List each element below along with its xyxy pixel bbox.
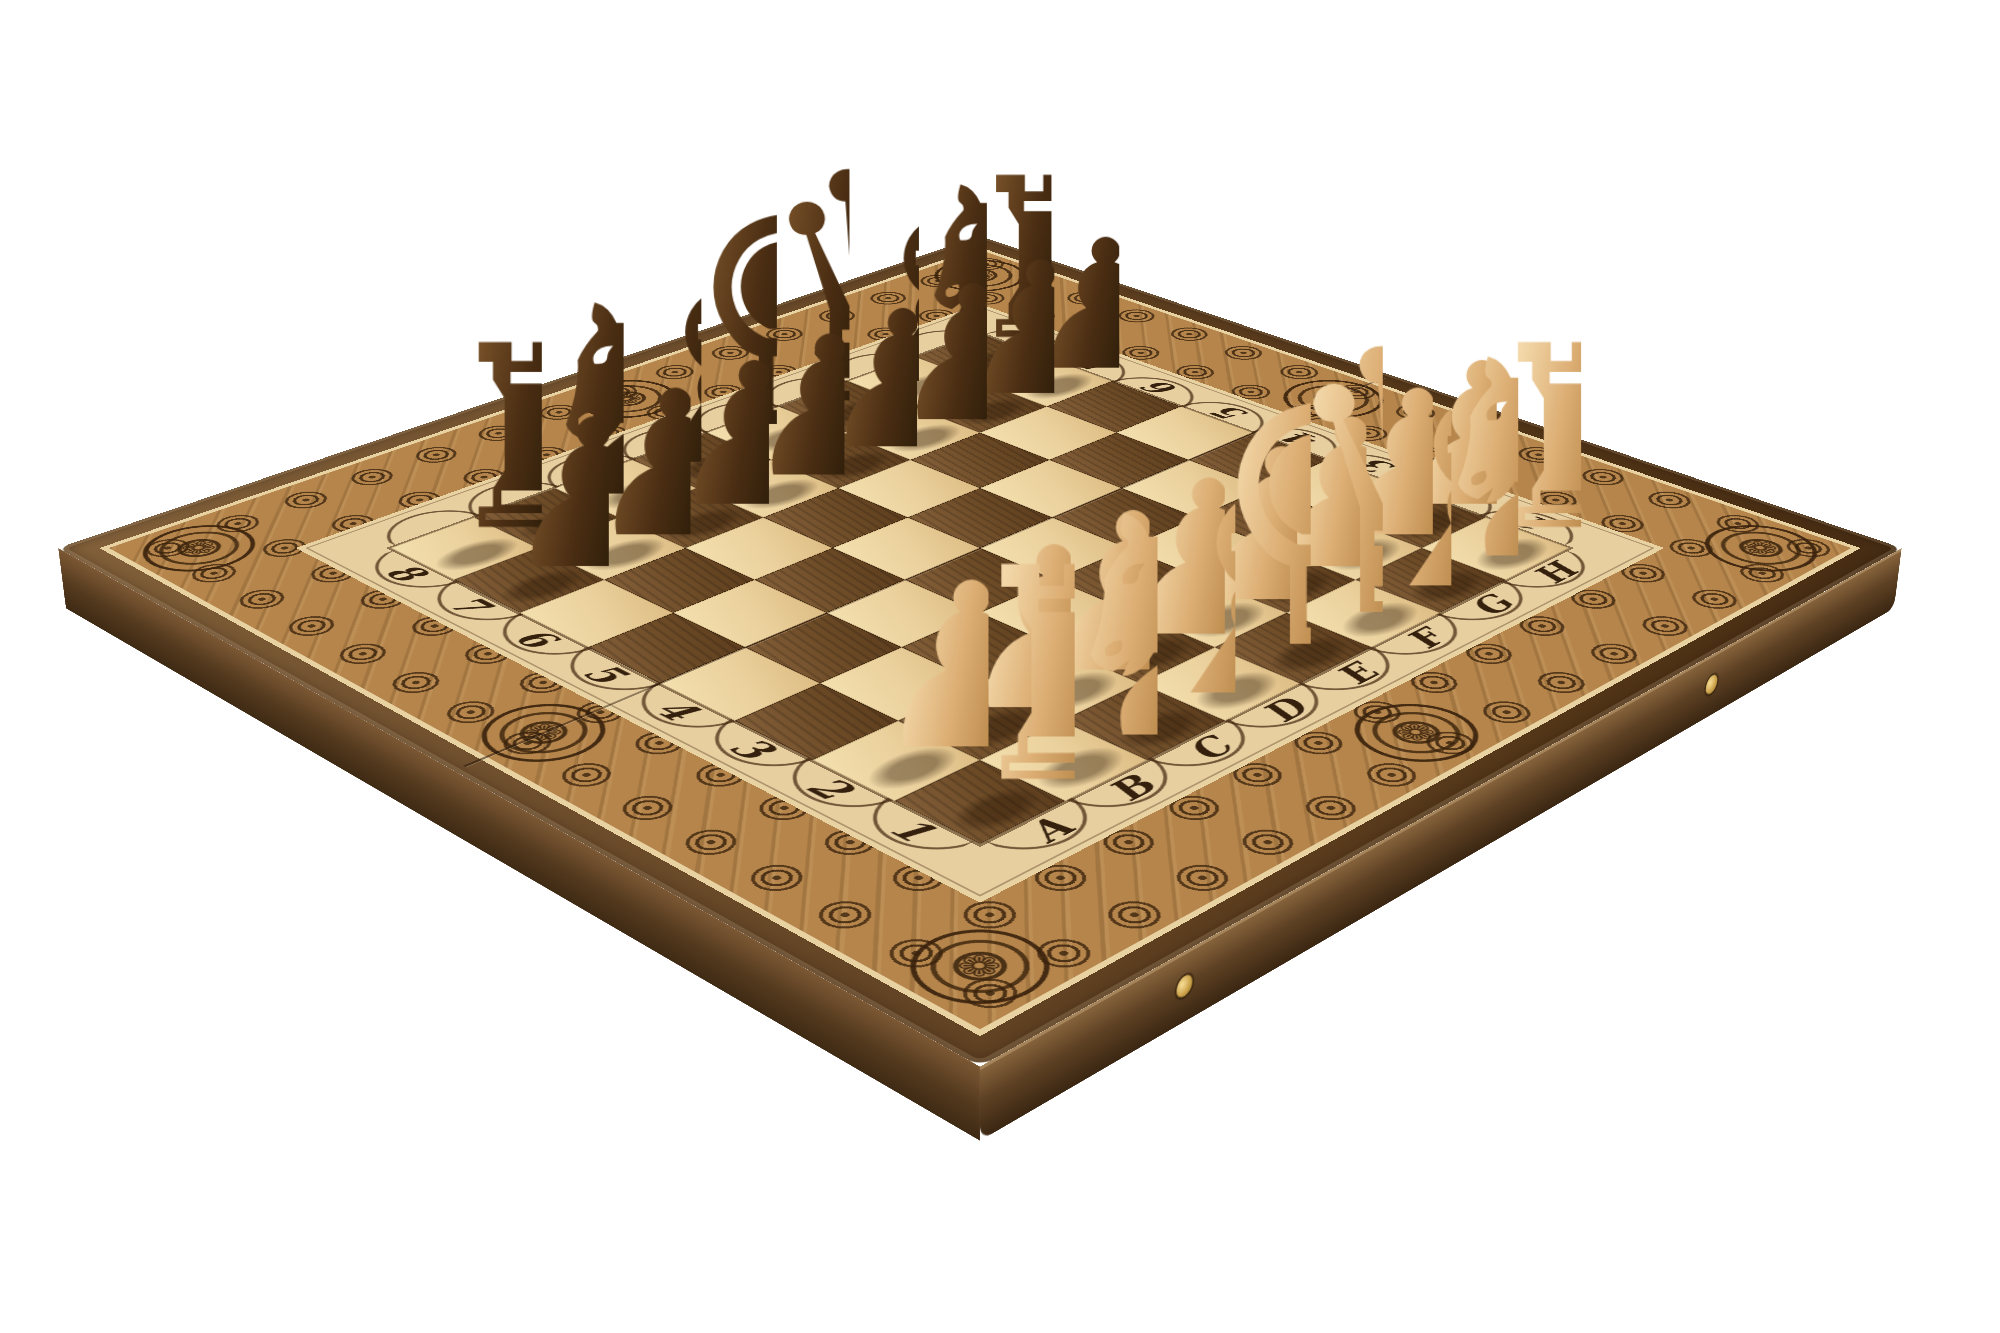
rosette-medallion-icon: ❁ [876,912,1085,1024]
chess-field: ♜♞♝♚♛♝♞♜♟♟♟♟♟♟♟♟♟♟♟♟♟♟♟♟♜♞♝♚♛♝♞♜ [391,333,1569,844]
product-photo-background: ❁ ❁ ❁ ❁ ❁ ❁ ❁ ❁ ABCDEFGH 87654321 876543… [0,0,2000,1333]
brass-pin-icon [1705,672,1718,697]
board-scene: ❁ ❁ ❁ ❁ ❁ ❁ ❁ ❁ ABCDEFGH 87654321 876543… [398,0,1562,1130]
piece-white-rook[interactable]: ♜ [953,538,1075,817]
coordinate-text: 8 [375,560,438,586]
coordinate-text: 4 [643,695,710,726]
piece-black-pawn[interactable]: ♟ [502,398,609,593]
rosette-medallion-icon: ❁ [117,514,282,584]
carved-ornament-border: ❁ ❁ ❁ ❁ ❁ ❁ ❁ ❁ ABCDEFGH 87654321 876543… [99,247,1860,1036]
chess-board: ❁ ❁ ❁ ❁ ❁ ❁ ❁ ❁ ABCDEFGH 87654321 876543… [58,236,1902,1067]
rosette-medallion-icon: ❁ [1679,514,1844,584]
brass-pin-icon [1176,972,1193,1001]
